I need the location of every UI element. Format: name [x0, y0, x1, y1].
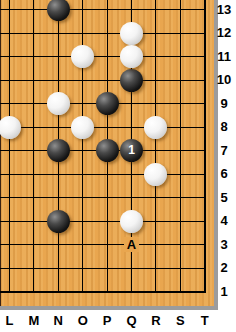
row-coordinate-11: 11 [212, 49, 236, 65]
grid-line-horizontal [0, 244, 206, 245]
white-stone-o8 [71, 116, 94, 139]
grid-line-horizontal [0, 221, 206, 222]
black-stone-n13 [47, 0, 70, 21]
white-stone-l8 [0, 116, 21, 139]
grid-line-horizontal [0, 174, 206, 175]
grid-line-horizontal [0, 291, 206, 293]
white-stone-r6 [144, 163, 167, 186]
row-coordinate-10: 10 [212, 72, 236, 88]
black-stone-q10 [120, 69, 143, 92]
row-coordinate-1: 1 [212, 284, 236, 300]
white-stone-q12 [120, 22, 143, 45]
grid-line-horizontal [0, 56, 206, 57]
column-coordinate-r: R [147, 313, 164, 328]
grid-line-horizontal [0, 33, 206, 34]
row-coordinate-5: 5 [212, 190, 236, 206]
board-left-cut-edge [0, 0, 1, 306]
grid-line-vertical [204, 0, 206, 293]
grid-line-vertical [180, 0, 181, 293]
white-stone-r8 [144, 116, 167, 139]
black-stone-p9 [96, 92, 119, 115]
white-stone-o11 [71, 45, 94, 68]
column-coordinate-m: M [25, 313, 42, 328]
black-stone-n7 [47, 139, 70, 162]
column-coordinate-l: L [1, 313, 18, 328]
column-coordinate-p: P [99, 313, 116, 328]
column-coordinate-s: S [172, 313, 189, 328]
row-coordinate-6: 6 [212, 166, 236, 182]
grid-line-horizontal [0, 197, 206, 198]
grid-line-vertical [33, 0, 34, 293]
row-coordinate-2: 2 [212, 260, 236, 276]
grid-line-vertical [82, 0, 83, 293]
go-diagram: 1A 13121110987654321 LMNOPQRST [0, 0, 236, 332]
marked-black-stone-q7: 1 [120, 139, 143, 162]
grid-line-vertical [9, 0, 10, 293]
row-coordinate-3: 3 [212, 237, 236, 253]
column-coordinate-q: Q [123, 313, 140, 328]
black-stone-p7 [96, 139, 119, 162]
point-label-a-q3[interactable]: A [124, 237, 139, 252]
grid-line-vertical [155, 0, 156, 293]
column-coordinate-t: T [196, 313, 213, 328]
grid-line-horizontal [0, 127, 206, 128]
go-board[interactable]: 1A [0, 0, 218, 310]
grid-line-horizontal [0, 268, 206, 269]
row-coordinate-4: 4 [212, 213, 236, 229]
grid-line-horizontal [0, 80, 206, 81]
row-coordinate-12: 12 [212, 25, 236, 41]
row-coordinate-9: 9 [212, 96, 236, 112]
row-coordinate-7: 7 [212, 143, 236, 159]
grid-line-horizontal [0, 9, 206, 10]
row-coordinate-8: 8 [212, 119, 236, 135]
white-stone-n9 [47, 92, 70, 115]
white-stone-q11 [120, 45, 143, 68]
white-stone-q4 [120, 210, 143, 233]
black-stone-n4 [47, 210, 70, 233]
column-coordinate-n: N [50, 313, 67, 328]
row-coordinate-13: 13 [212, 2, 236, 18]
column-coordinate-o: O [74, 313, 91, 328]
